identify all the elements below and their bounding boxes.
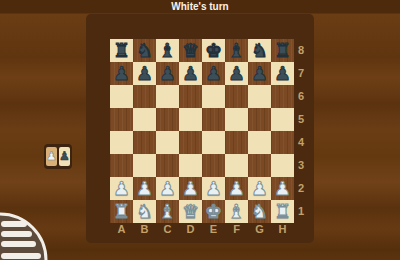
piece-black-pawn[interactable]: ♟	[110, 62, 133, 85]
square-d8[interactable]: ♛	[179, 39, 202, 62]
file-label-b: B	[133, 221, 156, 237]
piece-black-pawn[interactable]: ♟	[271, 62, 294, 85]
piece-black-pawn[interactable]: ♟	[133, 62, 156, 85]
square-c4[interactable]	[156, 131, 179, 154]
square-a6[interactable]	[110, 85, 133, 108]
square-a5[interactable]	[110, 108, 133, 131]
file-label-g: G	[248, 221, 271, 237]
square-d7[interactable]: ♟	[179, 62, 202, 85]
rank-label-5: 5	[292, 108, 310, 131]
file-label-f: F	[225, 221, 248, 237]
piece-white-queen[interactable]: ♛	[179, 200, 202, 223]
rank-label-2: 2	[292, 177, 310, 200]
square-c6[interactable]	[156, 85, 179, 108]
square-f2[interactable]: ♟	[225, 177, 248, 200]
square-c3[interactable]	[156, 154, 179, 177]
square-e5[interactable]	[202, 108, 225, 131]
square-b2[interactable]: ♟	[133, 177, 156, 200]
piece-white-pawn[interactable]: ♟	[110, 177, 133, 200]
square-g4[interactable]	[248, 131, 271, 154]
piece-white-bishop[interactable]: ♝	[156, 200, 179, 223]
square-g3[interactable]	[248, 154, 271, 177]
square-f1[interactable]: ♝	[225, 200, 248, 223]
piece-black-pawn[interactable]: ♟	[202, 62, 225, 85]
square-h8[interactable]: ♜	[271, 39, 294, 62]
square-f8[interactable]: ♝	[225, 39, 248, 62]
piece-white-pawn[interactable]: ♟	[202, 177, 225, 200]
piece-white-pawn[interactable]: ♟	[225, 177, 248, 200]
square-f4[interactable]	[225, 131, 248, 154]
square-c8[interactable]: ♝	[156, 39, 179, 62]
piece-black-knight[interactable]: ♞	[133, 39, 156, 62]
game-screen: White's turn ♜♞♝♛♚♝♞♜♟♟♟♟♟♟♟♟♟♟♟♟♟♟♟♟♜♞♝…	[0, 0, 400, 260]
piece-black-pawn[interactable]: ♟	[156, 62, 179, 85]
square-g2[interactable]: ♟	[248, 177, 271, 200]
square-e7[interactable]: ♟	[202, 62, 225, 85]
square-c5[interactable]	[156, 108, 179, 131]
square-g8[interactable]: ♞	[248, 39, 271, 62]
square-b7[interactable]: ♟	[133, 62, 156, 85]
square-e3[interactable]	[202, 154, 225, 177]
square-a1[interactable]: ♜	[110, 200, 133, 223]
piece-black-queen[interactable]: ♛	[179, 39, 202, 62]
square-d1[interactable]: ♛	[179, 200, 202, 223]
square-e8[interactable]: ♚	[202, 39, 225, 62]
piece-white-pawn[interactable]: ♟	[133, 177, 156, 200]
piece-white-pawn[interactable]: ♟	[271, 177, 294, 200]
piece-white-pawn[interactable]: ♟	[248, 177, 271, 200]
square-d5[interactable]	[179, 108, 202, 131]
piece-white-king[interactable]: ♚	[202, 200, 225, 223]
piece-white-rook[interactable]: ♜	[271, 200, 294, 223]
white-pawn-icon: ♟	[46, 147, 57, 166]
square-a2[interactable]: ♟	[110, 177, 133, 200]
square-b3[interactable]	[133, 154, 156, 177]
rank-label-4: 4	[292, 131, 310, 154]
square-c2[interactable]: ♟	[156, 177, 179, 200]
square-b1[interactable]: ♞	[133, 200, 156, 223]
square-g5[interactable]	[248, 108, 271, 131]
square-b4[interactable]	[133, 131, 156, 154]
square-b8[interactable]: ♞	[133, 39, 156, 62]
piece-black-knight[interactable]: ♞	[248, 39, 271, 62]
menu-button[interactable]	[0, 212, 49, 260]
square-c1[interactable]: ♝	[156, 200, 179, 223]
square-h3[interactable]	[271, 154, 294, 177]
square-b6[interactable]	[133, 85, 156, 108]
square-e4[interactable]	[202, 131, 225, 154]
square-h5[interactable]	[271, 108, 294, 131]
square-d3[interactable]	[179, 154, 202, 177]
square-d6[interactable]	[179, 85, 202, 108]
square-d4[interactable]	[179, 131, 202, 154]
piece-black-pawn[interactable]: ♟	[179, 62, 202, 85]
piece-white-bishop[interactable]: ♝	[225, 200, 248, 223]
square-a4[interactable]	[110, 131, 133, 154]
square-h1[interactable]: ♜	[271, 200, 294, 223]
board-panel: ♜♞♝♛♚♝♞♜♟♟♟♟♟♟♟♟♟♟♟♟♟♟♟♟♜♞♝♛♚♝♞♜ 8765432…	[86, 14, 314, 243]
rank-label-3: 3	[292, 154, 310, 177]
chess-board: ♜♞♝♛♚♝♞♜♟♟♟♟♟♟♟♟♟♟♟♟♟♟♟♟♜♞♝♛♚♝♞♜	[110, 39, 294, 223]
turn-indicator: White's turn	[0, 0, 400, 14]
piece-white-knight[interactable]: ♞	[248, 200, 271, 223]
black-pawn-icon: ♟	[59, 147, 70, 166]
side-selector-button[interactable]: ♟ ♟	[44, 144, 72, 169]
piece-black-king[interactable]: ♚	[202, 39, 225, 62]
file-labels: ABCDEFGH	[110, 221, 294, 237]
square-g6[interactable]	[248, 85, 271, 108]
rank-label-1: 1	[292, 200, 310, 223]
square-f5[interactable]	[225, 108, 248, 131]
file-label-e: E	[202, 221, 225, 237]
hamburger-menu-icon	[0, 214, 46, 260]
rank-label-7: 7	[292, 62, 310, 85]
square-a7[interactable]: ♟	[110, 62, 133, 85]
rank-label-6: 6	[292, 85, 310, 108]
square-c7[interactable]: ♟	[156, 62, 179, 85]
square-d2[interactable]: ♟	[179, 177, 202, 200]
piece-black-rook[interactable]: ♜	[110, 39, 133, 62]
rank-label-8: 8	[292, 39, 310, 62]
piece-black-bishop[interactable]: ♝	[225, 39, 248, 62]
square-e1[interactable]: ♚	[202, 200, 225, 223]
piece-white-knight[interactable]: ♞	[133, 200, 156, 223]
piece-black-pawn[interactable]: ♟	[225, 62, 248, 85]
file-label-c: C	[156, 221, 179, 237]
piece-white-rook[interactable]: ♜	[110, 200, 133, 223]
square-b5[interactable]	[133, 108, 156, 131]
square-h6[interactable]	[271, 85, 294, 108]
square-h7[interactable]: ♟	[271, 62, 294, 85]
piece-white-pawn[interactable]: ♟	[156, 177, 179, 200]
piece-black-rook[interactable]: ♜	[271, 39, 294, 62]
file-label-h: H	[271, 221, 294, 237]
piece-black-pawn[interactable]: ♟	[248, 62, 271, 85]
rank-labels: 87654321	[292, 39, 310, 223]
file-label-d: D	[179, 221, 202, 237]
square-g1[interactable]: ♞	[248, 200, 271, 223]
piece-white-pawn[interactable]: ♟	[179, 177, 202, 200]
piece-black-bishop[interactable]: ♝	[156, 39, 179, 62]
square-f6[interactable]	[225, 85, 248, 108]
square-f7[interactable]: ♟	[225, 62, 248, 85]
square-a8[interactable]: ♜	[110, 39, 133, 62]
file-label-a: A	[110, 221, 133, 237]
square-f3[interactable]	[225, 154, 248, 177]
square-h4[interactable]	[271, 131, 294, 154]
square-e6[interactable]	[202, 85, 225, 108]
square-e2[interactable]: ♟	[202, 177, 225, 200]
square-g7[interactable]: ♟	[248, 62, 271, 85]
square-a3[interactable]	[110, 154, 133, 177]
square-h2[interactable]: ♟	[271, 177, 294, 200]
